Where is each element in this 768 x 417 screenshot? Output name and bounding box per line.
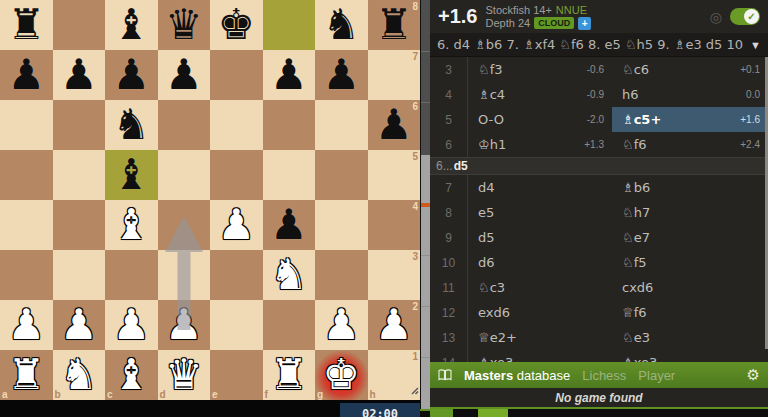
move-number: 13 bbox=[430, 325, 468, 350]
black-move-cell[interactable]: ♘e3 bbox=[612, 325, 768, 350]
square-d4[interactable] bbox=[158, 200, 211, 250]
square-a6[interactable] bbox=[0, 100, 53, 150]
black-move-san[interactable]: ♗c5+ bbox=[622, 112, 740, 127]
black-move-cell[interactable]: ♗xe3 bbox=[612, 350, 768, 362]
black-pawn[interactable]: ♟ bbox=[0, 50, 53, 100]
white-move-cell[interactable]: ♗c4-0.9 bbox=[468, 82, 612, 107]
black-move-cell[interactable]: cxd6 bbox=[612, 275, 768, 300]
square-f8[interactable] bbox=[263, 0, 316, 50]
white-move-eval: -2.0 bbox=[587, 114, 604, 125]
square-g2[interactable]: ♟ bbox=[315, 300, 368, 350]
gauge-tick bbox=[421, 255, 430, 256]
black-move-eval: +2.4 bbox=[740, 139, 760, 150]
gauge-tick bbox=[421, 102, 430, 103]
strip-green-block bbox=[430, 409, 453, 417]
engine-info: Stockfish 14+NNUE Depth 24 CLOUD + bbox=[485, 4, 701, 30]
white-move-cell[interactable]: d4 bbox=[468, 175, 612, 200]
chevron-down-icon[interactable]: ▼ bbox=[750, 39, 761, 51]
black-move-cell[interactable]: ♘c6+0.1 bbox=[612, 57, 768, 82]
file-label-e: e bbox=[212, 389, 218, 400]
square-h8[interactable]: ♜8 bbox=[368, 0, 421, 50]
square-h4[interactable]: 4 bbox=[368, 200, 421, 250]
white-move-cell[interactable]: d5 bbox=[468, 225, 612, 250]
square-h1[interactable]: 1h bbox=[368, 350, 421, 400]
focus-icon[interactable]: ◎ bbox=[710, 9, 722, 25]
square-a5[interactable] bbox=[0, 150, 53, 200]
white-move-cell[interactable]: e5 bbox=[468, 200, 612, 225]
white-move-san[interactable]: ♕e2+ bbox=[478, 330, 604, 345]
square-b6[interactable] bbox=[53, 100, 106, 150]
square-d2[interactable]: ♟ bbox=[158, 300, 211, 350]
square-c8[interactable]: ♝ bbox=[105, 0, 158, 50]
black-move-cell[interactable]: h60.0 bbox=[612, 82, 768, 107]
square-f4[interactable]: ♟ bbox=[263, 200, 316, 250]
engine-name-line: Stockfish 14+NNUE bbox=[485, 4, 701, 17]
rank-label-5: 5 bbox=[412, 151, 418, 162]
white-move-san[interactable]: ♗xe3 bbox=[478, 355, 604, 362]
black-move-san[interactable]: ♕f6 bbox=[622, 305, 760, 320]
move-number: 9 bbox=[430, 225, 468, 250]
board-column: ♜♝♛♚♞♜8♟♟♟♟♟♟7♞♟6♝5♝♟♟4♞3♟♟♟♟♟♟2♜a♞b♝c♛d… bbox=[0, 0, 420, 417]
engine-header: +1.6 Stockfish 14+NNUE Depth 24 CLOUD + … bbox=[430, 0, 768, 33]
square-c5[interactable]: ♝ bbox=[105, 150, 158, 200]
square-f1[interactable]: ♜f bbox=[263, 350, 316, 400]
move-row-6: 6♔h1+1.3♘f6+2.4 bbox=[430, 132, 768, 157]
square-h2[interactable]: ♟2 bbox=[368, 300, 421, 350]
white-pawn[interactable]: ♟ bbox=[158, 300, 211, 350]
square-e7[interactable] bbox=[210, 50, 263, 100]
square-b3[interactable] bbox=[53, 250, 106, 300]
move-row-11: 11♘c3cxd6 bbox=[430, 275, 768, 300]
book-icon bbox=[438, 369, 452, 381]
move-row-14: 14♗xe3♗xe3 bbox=[430, 350, 768, 362]
square-c4[interactable]: ♝ bbox=[105, 200, 158, 250]
black-move-cell[interactable]: ♘f6+2.4 bbox=[612, 132, 768, 157]
square-b1[interactable]: ♞b bbox=[53, 350, 106, 400]
black-move-cell[interactable]: ♘e7 bbox=[612, 225, 768, 250]
move-list: 3♘f3-0.6♘c6+0.14♗c4-0.9h60.05O-O-2.0♗c5+… bbox=[430, 57, 768, 362]
square-e6[interactable] bbox=[210, 100, 263, 150]
white-move-san[interactable]: ♘f3 bbox=[478, 62, 587, 77]
square-b7[interactable]: ♟ bbox=[53, 50, 106, 100]
square-d8[interactable]: ♛ bbox=[158, 0, 211, 50]
move-number: 7 bbox=[430, 175, 468, 200]
move-row-4: 4♗c4-0.9h60.0 bbox=[430, 82, 768, 107]
black-move-san[interactable]: ♘c6 bbox=[622, 62, 740, 77]
square-d1[interactable]: ♛d bbox=[158, 350, 211, 400]
square-d7[interactable]: ♟ bbox=[158, 50, 211, 100]
black-pawn[interactable]: ♟ bbox=[158, 50, 211, 100]
white-bishop[interactable]: ♝ bbox=[105, 200, 158, 250]
square-g8[interactable]: ♞ bbox=[315, 0, 368, 50]
gauge-tick bbox=[421, 51, 430, 52]
pv-line[interactable]: 6. d4 ♗b6 7. ♗xf4 ♘f6 8. e5 ♘h5 9. ♗e3 d… bbox=[437, 37, 744, 52]
square-c7[interactable]: ♟ bbox=[105, 50, 158, 100]
move-row-13: 13♕e2+♘e3 bbox=[430, 325, 768, 350]
black-knight[interactable]: ♞ bbox=[105, 100, 158, 150]
tab-masters-database[interactable]: Masters database bbox=[464, 368, 570, 383]
square-g4[interactable] bbox=[315, 200, 368, 250]
file-label-c: c bbox=[107, 389, 113, 400]
white-pawn[interactable]: ♟ bbox=[315, 300, 368, 350]
move-row-12: 12exd6♕f6 bbox=[430, 300, 768, 325]
square-g1[interactable]: ♚g bbox=[315, 350, 368, 400]
square-c1[interactable]: ♝c bbox=[105, 350, 158, 400]
square-a3[interactable] bbox=[0, 250, 53, 300]
file-label-h: h bbox=[370, 389, 376, 400]
explorer-tabs-bar: Masters database Lichess Player ⚙ bbox=[430, 362, 768, 388]
black-move-san[interactable]: h6 bbox=[622, 87, 746, 102]
black-move-san[interactable]: ♘e3 bbox=[622, 330, 760, 345]
black-bishop[interactable]: ♝ bbox=[105, 0, 158, 50]
white-move-eval: +1.3 bbox=[584, 139, 604, 150]
square-e4[interactable]: ♟ bbox=[210, 200, 263, 250]
under-board-strip: 02:00 bbox=[0, 400, 420, 417]
database-label: database bbox=[517, 368, 571, 383]
square-a4[interactable] bbox=[0, 200, 53, 250]
white-move-eval: -0.6 bbox=[587, 64, 604, 75]
square-e8[interactable]: ♚ bbox=[210, 0, 263, 50]
black-move-cell[interactable]: ♕f6 bbox=[612, 300, 768, 325]
square-a7[interactable]: ♟ bbox=[0, 50, 53, 100]
square-e1[interactable]: e bbox=[210, 350, 263, 400]
move-row-10: 10d6♘f5 bbox=[430, 250, 768, 275]
black-move-cell[interactable]: ♗c5++1.6 bbox=[612, 107, 768, 132]
nnue-label: NNUE bbox=[556, 4, 587, 16]
rank-label-6: 6 bbox=[412, 101, 418, 112]
white-move-eval: -0.9 bbox=[587, 89, 604, 100]
black-pawn[interactable]: ♟ bbox=[105, 50, 158, 100]
black-bishop[interactable]: ♝ bbox=[105, 150, 158, 200]
white-rook[interactable]: ♜ bbox=[263, 350, 316, 400]
move-number: 14 bbox=[430, 350, 468, 362]
square-f5[interactable] bbox=[263, 150, 316, 200]
square-f2[interactable] bbox=[263, 300, 316, 350]
black-move-san[interactable]: ♘f5 bbox=[622, 255, 760, 270]
white-move-cell[interactable]: exd6 bbox=[468, 300, 612, 325]
rank-label-3: 3 bbox=[412, 251, 418, 262]
square-d6[interactable] bbox=[158, 100, 211, 150]
square-c2[interactable]: ♟ bbox=[105, 300, 158, 350]
move-number: 12 bbox=[430, 300, 468, 325]
square-c6[interactable]: ♞ bbox=[105, 100, 158, 150]
black-king[interactable]: ♚ bbox=[210, 0, 263, 50]
gauge-midpoint-tick bbox=[421, 203, 430, 207]
engine-toggle[interactable]: ✓ bbox=[730, 8, 760, 25]
square-h7[interactable]: 7 bbox=[368, 50, 421, 100]
square-a1[interactable]: ♜a bbox=[0, 350, 53, 400]
interline-prefix: 6... bbox=[436, 159, 453, 173]
square-b2[interactable]: ♟ bbox=[53, 300, 106, 350]
move-list-area: 3♘f3-0.6♘c6+0.14♗c4-0.9h60.05O-O-2.0♗c5+… bbox=[430, 57, 768, 362]
white-move-san[interactable]: exd6 bbox=[478, 305, 604, 320]
board-resize-handle[interactable] bbox=[409, 381, 419, 399]
white-move-san[interactable]: d6 bbox=[478, 255, 604, 270]
move-number: 8 bbox=[430, 200, 468, 225]
cloud-badge: CLOUD bbox=[534, 17, 574, 29]
gauge-bottom-strip bbox=[420, 409, 430, 417]
black-move-san[interactable]: ♘e7 bbox=[622, 230, 760, 245]
tab-player[interactable]: Player bbox=[638, 368, 675, 383]
rank-label-7: 7 bbox=[412, 51, 418, 62]
clock: 02:00 bbox=[340, 403, 420, 417]
panel-bottom-strip bbox=[430, 407, 768, 417]
gauge-tick bbox=[421, 306, 430, 307]
black-pawn[interactable]: ♟ bbox=[263, 50, 316, 100]
square-e3[interactable] bbox=[210, 250, 263, 300]
file-label-g: g bbox=[317, 389, 323, 400]
interline-move: d5 bbox=[454, 159, 468, 173]
black-move-san[interactable]: ♗xe3 bbox=[622, 355, 760, 362]
gauge-tick bbox=[421, 357, 430, 358]
pv-line-bar[interactable]: 6. d4 ♗b6 7. ♗xf4 ♘f6 8. e5 ♘h5 9. ♗e3 d… bbox=[430, 33, 768, 57]
add-engine-line-button[interactable]: + bbox=[578, 17, 591, 30]
black-pawn[interactable]: ♟ bbox=[53, 50, 106, 100]
square-a2[interactable]: ♟ bbox=[0, 300, 53, 350]
white-move-san[interactable]: d5 bbox=[478, 230, 604, 245]
square-d5[interactable] bbox=[158, 150, 211, 200]
square-h3[interactable]: 3 bbox=[368, 250, 421, 300]
black-knight[interactable]: ♞ bbox=[315, 0, 368, 50]
rank-label-2: 2 bbox=[412, 301, 418, 312]
white-move-san[interactable]: d4 bbox=[478, 180, 604, 195]
file-label-d: d bbox=[160, 389, 166, 400]
square-g3[interactable] bbox=[315, 250, 368, 300]
white-pawn[interactable]: ♟ bbox=[53, 300, 106, 350]
black-move-cell[interactable]: ♗b6 bbox=[612, 175, 768, 200]
move-number: 3 bbox=[430, 57, 468, 82]
square-h6[interactable]: ♟6 bbox=[368, 100, 421, 150]
square-d3[interactable] bbox=[158, 250, 211, 300]
board: ♜♝♛♚♞♜8♟♟♟♟♟♟7♞♟6♝5♝♟♟4♞3♟♟♟♟♟♟2♜a♞b♝c♛d… bbox=[0, 0, 420, 400]
square-e5[interactable] bbox=[210, 150, 263, 200]
white-move-san[interactable]: e5 bbox=[478, 205, 604, 220]
no-game-message: No game found bbox=[430, 388, 768, 407]
move-row-9: 9d5♘e7 bbox=[430, 225, 768, 250]
eval-gauge-black-part bbox=[421, 0, 430, 155]
eval-gauge-column bbox=[420, 0, 430, 417]
square-g7[interactable]: ♟ bbox=[315, 50, 368, 100]
square-g5[interactable] bbox=[315, 150, 368, 200]
black-move-san[interactable]: ♘f6 bbox=[622, 137, 740, 152]
white-move-san[interactable]: O-O bbox=[478, 112, 587, 127]
masters-label: Masters bbox=[464, 368, 513, 383]
black-move-cell[interactable]: ♘h7 bbox=[612, 200, 768, 225]
black-queen[interactable]: ♛ bbox=[158, 0, 211, 50]
square-f7[interactable]: ♟ bbox=[263, 50, 316, 100]
white-move-cell[interactable]: ♘c3 bbox=[468, 275, 612, 300]
file-label-b: b bbox=[55, 389, 61, 400]
square-b5[interactable] bbox=[53, 150, 106, 200]
black-move-eval: 0.0 bbox=[746, 89, 760, 100]
file-label-f: f bbox=[265, 389, 268, 400]
black-move-eval: +1.6 bbox=[740, 114, 760, 125]
square-c3[interactable] bbox=[105, 250, 158, 300]
square-e2[interactable] bbox=[210, 300, 263, 350]
square-g6[interactable] bbox=[315, 100, 368, 150]
move-row-5: 5O-O-2.0♗c5++1.6 bbox=[430, 107, 768, 132]
white-knight[interactable]: ♞ bbox=[263, 250, 316, 300]
strip-green-block bbox=[478, 409, 508, 417]
black-move-san[interactable]: ♗b6 bbox=[622, 180, 760, 195]
white-pawn[interactable]: ♟ bbox=[210, 200, 263, 250]
white-move-san[interactable]: ♘c3 bbox=[478, 280, 604, 295]
white-move-cell[interactable]: ♔h1+1.3 bbox=[468, 132, 612, 157]
square-b8[interactable] bbox=[53, 0, 106, 50]
move-row-3: 3♘f3-0.6♘c6+0.1 bbox=[430, 57, 768, 82]
engine-depth-line: Depth 24 CLOUD + bbox=[485, 17, 701, 30]
square-b4[interactable] bbox=[53, 200, 106, 250]
white-move-san[interactable]: ♗c4 bbox=[478, 87, 587, 102]
black-rook[interactable]: ♜ bbox=[0, 0, 53, 50]
white-pawn[interactable]: ♟ bbox=[105, 300, 158, 350]
square-f3[interactable]: ♞ bbox=[263, 250, 316, 300]
move-number: 4 bbox=[430, 82, 468, 107]
move-number: 10 bbox=[430, 250, 468, 275]
eval-gauge bbox=[420, 0, 430, 409]
white-move-san[interactable]: ♔h1 bbox=[478, 137, 584, 152]
tab-lichess[interactable]: Lichess bbox=[582, 368, 626, 383]
engine-name: Stockfish 14+ bbox=[485, 4, 551, 16]
move-number: 6 bbox=[430, 132, 468, 157]
rank-label-1: 1 bbox=[412, 351, 418, 362]
white-move-cell[interactable]: d6 bbox=[468, 250, 612, 275]
black-pawn[interactable]: ♟ bbox=[315, 50, 368, 100]
black-move-san[interactable]: cxd6 bbox=[622, 280, 760, 295]
black-move-cell[interactable]: ♘f5 bbox=[612, 250, 768, 275]
file-label-a: a bbox=[2, 389, 8, 400]
variation-interline[interactable]: 6...d5 bbox=[430, 157, 768, 175]
gear-icon[interactable]: ⚙ bbox=[747, 366, 760, 384]
move-row-8: 8e5♘h7 bbox=[430, 200, 768, 225]
rank-label-8: 8 bbox=[412, 1, 418, 12]
black-pawn[interactable]: ♟ bbox=[263, 200, 316, 250]
move-number: 11 bbox=[430, 275, 468, 300]
square-f6[interactable] bbox=[263, 100, 316, 150]
white-move-cell[interactable]: ♕e2+ bbox=[468, 325, 612, 350]
black-move-eval: +0.1 bbox=[740, 64, 760, 75]
rank-label-4: 4 bbox=[412, 201, 418, 212]
white-move-cell[interactable]: ♘f3-0.6 bbox=[468, 57, 612, 82]
analysis-panel: +1.6 Stockfish 14+NNUE Depth 24 CLOUD + … bbox=[430, 0, 768, 417]
move-number: 5 bbox=[430, 107, 468, 132]
white-move-cell[interactable]: O-O-2.0 bbox=[468, 107, 612, 132]
square-h5[interactable]: 5 bbox=[368, 150, 421, 200]
engine-eval-score: +1.6 bbox=[438, 5, 477, 28]
white-move-cell[interactable]: ♗xe3 bbox=[468, 350, 612, 362]
move-row-7: 7d4♗b6 bbox=[430, 175, 768, 200]
white-pawn[interactable]: ♟ bbox=[0, 300, 53, 350]
square-a8[interactable]: ♜ bbox=[0, 0, 53, 50]
engine-toggle-knob: ✓ bbox=[744, 9, 759, 24]
depth-label: Depth 24 bbox=[485, 17, 530, 30]
black-move-san[interactable]: ♘h7 bbox=[622, 205, 760, 220]
